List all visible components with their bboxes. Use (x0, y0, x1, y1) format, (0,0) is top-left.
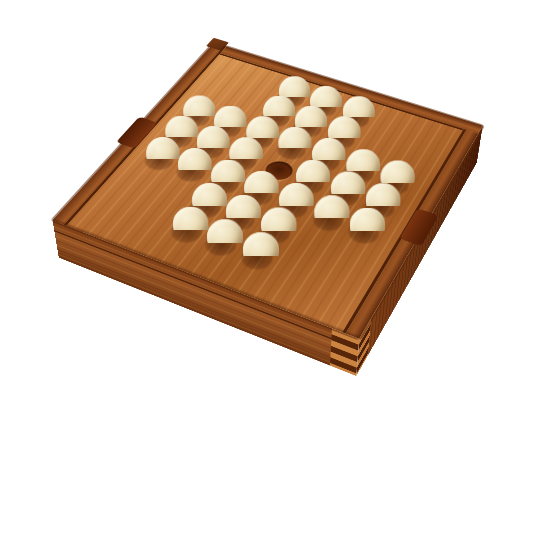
marble-f3[interactable] (313, 195, 348, 230)
marble-d5[interactable] (278, 126, 311, 159)
board-top-face (52, 42, 482, 338)
solitaire-box (52, 42, 482, 338)
product-photo-scene (0, 0, 533, 533)
marble-a3[interactable] (145, 136, 179, 170)
